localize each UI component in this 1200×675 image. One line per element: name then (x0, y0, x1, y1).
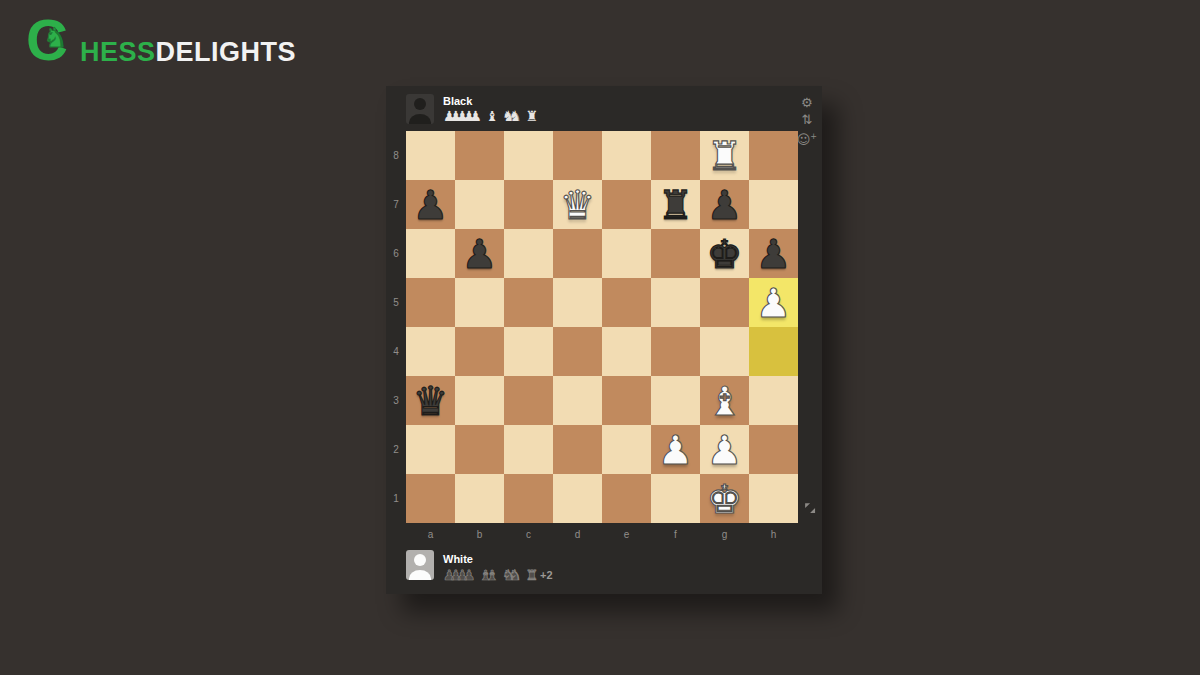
avatar-silhouette (414, 554, 426, 566)
rank-label-3: 3 (386, 376, 406, 425)
black-pawn[interactable]: ♟ (413, 185, 449, 225)
white-rook[interactable]: ♜ (707, 136, 743, 176)
rank-label-6: 6 (386, 229, 406, 278)
square-a5[interactable] (406, 278, 455, 327)
white-bishop[interactable]: ♝ (707, 381, 743, 421)
square-h8[interactable] (749, 131, 798, 180)
file-label-f: f (651, 523, 700, 545)
square-e5[interactable] (602, 278, 651, 327)
file-labels: abcdefgh (406, 523, 798, 545)
square-d4[interactable] (553, 327, 602, 376)
square-g7[interactable]: ♟ (700, 180, 749, 229)
logo-text-hess: HESS (80, 37, 156, 67)
captured-white-knights: ♞♞ (502, 109, 525, 123)
square-c2[interactable] (504, 425, 553, 474)
square-d5[interactable] (553, 278, 602, 327)
file-label-b: b (455, 523, 504, 545)
square-h7[interactable] (749, 180, 798, 229)
square-c8[interactable] (504, 131, 553, 180)
rank-label-5: 5 (386, 278, 406, 327)
file-label-h: h (749, 523, 798, 545)
square-f6[interactable] (651, 229, 700, 278)
flip-board-icon[interactable]: ⇅ (801, 112, 812, 127)
square-d3[interactable] (553, 376, 602, 425)
square-h5[interactable]: ♟ (749, 278, 798, 327)
square-g4[interactable] (700, 327, 749, 376)
black-player-avatar (406, 94, 434, 124)
square-a6[interactable] (406, 229, 455, 278)
settings-gear-icon[interactable]: ⚙ (801, 95, 813, 110)
captured-white-rook: ♜ (525, 109, 542, 123)
black-pawn[interactable]: ♟ (756, 234, 792, 274)
black-king[interactable]: ♚ (707, 234, 743, 274)
rank-label-7: 7 (386, 180, 406, 229)
add-reaction-icon[interactable]: ☺+ (797, 129, 817, 147)
black-pawn[interactable]: ♟ (462, 234, 498, 274)
square-e7[interactable] (602, 180, 651, 229)
white-player-avatar (406, 550, 434, 580)
square-e6[interactable] (602, 229, 651, 278)
square-d2[interactable] (553, 425, 602, 474)
square-h1[interactable] (749, 474, 798, 523)
square-f4[interactable] (651, 327, 700, 376)
square-f7[interactable]: ♜ (651, 180, 700, 229)
knight-icon: ♞ (43, 22, 67, 53)
square-g5[interactable] (700, 278, 749, 327)
file-label-d: d (553, 523, 602, 545)
square-g3[interactable]: ♝ (700, 376, 749, 425)
captured-black-bishops: ♝♝ (479, 568, 502, 582)
captured-white-bishop: ♝ (486, 109, 503, 123)
square-e2[interactable] (602, 425, 651, 474)
square-f5[interactable] (651, 278, 700, 327)
square-c7[interactable] (504, 180, 553, 229)
file-label-g: g (700, 523, 749, 545)
rank-label-2: 2 (386, 425, 406, 474)
file-label-e: e (602, 523, 651, 545)
avatar-silhouette (414, 98, 426, 110)
square-e1[interactable] (602, 474, 651, 523)
square-c6[interactable] (504, 229, 553, 278)
square-a4[interactable] (406, 327, 455, 376)
square-c4[interactable] (504, 327, 553, 376)
square-g6[interactable]: ♚ (700, 229, 749, 278)
square-h6[interactable]: ♟ (749, 229, 798, 278)
chess-board: ♜♟♛♜♟♟♚♟♟♛♝♟♟♚ (406, 131, 798, 523)
site-logo[interactable]: C ♞ HESSDELIGHTS (26, 14, 296, 74)
chess-panel: Black ♟♟♟♟♟ ♝ ♞♞ ♜ ⚙ ⇅ ☺+ 87654321 ♜♟♛♜♟… (386, 86, 822, 594)
rank-label-1: 1 (386, 474, 406, 523)
board-resize-handle[interactable] (802, 500, 818, 516)
black-rook[interactable]: ♜ (658, 185, 694, 225)
material-advantage: +2 (540, 568, 553, 582)
square-g2[interactable]: ♟ (700, 425, 749, 474)
square-h4[interactable] (749, 327, 798, 376)
logo-knight-c-icon: C ♞ (26, 14, 82, 74)
square-b1[interactable] (455, 474, 504, 523)
square-f8[interactable] (651, 131, 700, 180)
square-g8[interactable]: ♜ (700, 131, 749, 180)
square-h3[interactable] (749, 376, 798, 425)
white-pawn[interactable]: ♟ (756, 283, 792, 323)
square-a1[interactable] (406, 474, 455, 523)
captured-black-pawns: ♟♟♟♟ (443, 568, 479, 582)
file-label-c: c (504, 523, 553, 545)
square-c1[interactable] (504, 474, 553, 523)
square-b3[interactable] (455, 376, 504, 425)
square-b4[interactable] (455, 327, 504, 376)
black-pawn[interactable]: ♟ (707, 185, 743, 225)
square-f2[interactable]: ♟ (651, 425, 700, 474)
square-f1[interactable] (651, 474, 700, 523)
square-b6[interactable]: ♟ (455, 229, 504, 278)
square-d6[interactable] (553, 229, 602, 278)
square-h2[interactable] (749, 425, 798, 474)
square-e3[interactable] (602, 376, 651, 425)
square-b2[interactable] (455, 425, 504, 474)
rank-label-4: 4 (386, 327, 406, 376)
white-player-name: White (443, 553, 473, 565)
square-f3[interactable] (651, 376, 700, 425)
square-c5[interactable] (504, 278, 553, 327)
square-c3[interactable] (504, 376, 553, 425)
square-b8[interactable] (455, 131, 504, 180)
white-pawn[interactable]: ♟ (658, 430, 694, 470)
black-queen[interactable]: ♛ (413, 381, 449, 421)
square-d8[interactable] (553, 131, 602, 180)
captured-white-pawns: ♟♟♟♟♟ (443, 109, 486, 123)
captured-black-knights: ♞♞ (502, 568, 525, 582)
square-e4[interactable] (602, 327, 651, 376)
white-pawn[interactable]: ♟ (707, 430, 743, 470)
rank-label-8: 8 (386, 131, 406, 180)
file-label-a: a (406, 523, 455, 545)
square-b7[interactable] (455, 180, 504, 229)
square-a7[interactable]: ♟ (406, 180, 455, 229)
white-queen[interactable]: ♛ (560, 185, 596, 225)
square-d7[interactable]: ♛ (553, 180, 602, 229)
black-captured-pieces: ♟♟♟♟♟ ♝ ♞♞ ♜ (443, 109, 542, 123)
logo-wordmark: HESSDELIGHTS (80, 37, 296, 68)
rank-labels: 87654321 (386, 131, 406, 523)
square-a2[interactable] (406, 425, 455, 474)
logo-text-delights: DELIGHTS (156, 37, 297, 67)
square-a3[interactable]: ♛ (406, 376, 455, 425)
white-captured-pieces: ♟♟♟♟ ♝♝ ♞♞ ♜ +2 (443, 568, 553, 582)
square-g1[interactable]: ♚ (700, 474, 749, 523)
board-controls: ⚙ ⇅ ☺+ (797, 95, 817, 147)
square-b5[interactable] (455, 278, 504, 327)
black-player-name: Black (443, 95, 472, 107)
square-e8[interactable] (602, 131, 651, 180)
white-king[interactable]: ♚ (707, 479, 743, 519)
square-a8[interactable] (406, 131, 455, 180)
square-d1[interactable] (553, 474, 602, 523)
